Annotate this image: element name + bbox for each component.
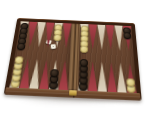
point-10[interactable]: [29, 59, 42, 89]
yellow-checker-point-1[interactable]: [127, 78, 136, 86]
die-2[interactable]: [51, 44, 56, 49]
dark-checker-point-24[interactable]: [124, 32, 132, 39]
point-22[interactable]: [106, 25, 116, 51]
right-board-half: [78, 24, 137, 93]
yellow-checker-point-19[interactable]: [80, 45, 88, 52]
point-18[interactable]: [61, 23, 71, 48]
left-board-half: [9, 21, 71, 90]
dark-checker-point-6[interactable]: [79, 59, 87, 67]
dark-checker-point-13[interactable]: [16, 42, 25, 49]
dark-checker-point-8[interactable]: [50, 69, 59, 77]
playfield: [9, 21, 137, 93]
brass-latch-icon[interactable]: [69, 90, 77, 96]
yellow-checker-point-12[interactable]: [14, 56, 23, 64]
point-7[interactable]: [58, 60, 69, 90]
yellow-checker-point-17[interactable]: [54, 34, 62, 41]
point-3[interactable]: [107, 62, 118, 92]
point-20[interactable]: [88, 24, 97, 50]
point-5[interactable]: [88, 61, 98, 91]
backgammon-photo-scene: [0, 0, 150, 113]
point-21[interactable]: [97, 25, 106, 51]
point-4[interactable]: [97, 62, 107, 92]
backgammon-case: [4, 18, 142, 101]
point-2[interactable]: [116, 62, 127, 92]
